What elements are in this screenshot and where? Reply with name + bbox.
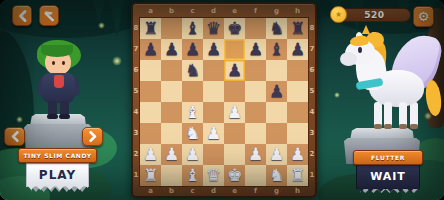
settings-button[interactable]: ⚙ (413, 6, 434, 27)
square-f2[interactable]: ♟ (245, 144, 266, 165)
square-a1[interactable]: ♜ (140, 165, 161, 186)
file-label: c (182, 186, 203, 196)
right-player-avatar (342, 28, 442, 134)
file-labels-bottom: abcdefgh (140, 186, 308, 196)
square-h1[interactable]: ♜ (287, 165, 308, 186)
piece-white-bishop: ♝ (182, 165, 203, 186)
square-d5[interactable] (203, 81, 224, 102)
square-f4[interactable] (245, 102, 266, 123)
piece-black-knight: ♞ (266, 18, 287, 39)
piece-white-pawn: ♟ (182, 144, 203, 165)
piece-black-rook: ♜ (140, 18, 161, 39)
piece-black-pawn: ♟ (161, 39, 182, 60)
piece-black-pawn: ♟ (203, 39, 224, 60)
rank-label: 1 (308, 165, 316, 186)
piece-black-pawn: ♟ (224, 60, 245, 81)
file-label: c (182, 6, 203, 17)
file-label: f (245, 6, 266, 17)
square-g7[interactable]: ♝ (266, 39, 287, 60)
rank-label: 6 (308, 60, 316, 81)
file-labels-top: abcdefgh (140, 6, 308, 17)
square-a2[interactable]: ♟ (140, 144, 161, 165)
chevron-left-icon (10, 131, 20, 142)
square-a3[interactable] (140, 123, 161, 144)
square-b2[interactable]: ♟ (161, 144, 182, 165)
file-label: e (224, 6, 245, 17)
square-d1[interactable]: ♛ (203, 165, 224, 186)
play-label: PLAY (39, 168, 76, 182)
piece-white-pawn: ♟ (266, 144, 287, 165)
square-f6[interactable] (245, 60, 266, 81)
square-h6[interactable] (287, 60, 308, 81)
right-player-name: Flutter (371, 154, 405, 161)
square-f1[interactable] (245, 165, 266, 186)
rank-labels-left: 87654321 (132, 18, 140, 186)
rank-label: 6 (132, 60, 140, 81)
square-h5[interactable] (287, 81, 308, 102)
gear-icon: ⚙ (418, 10, 430, 23)
file-label: g (266, 6, 287, 17)
left-player-avatar (29, 40, 87, 120)
piece-white-knight: ♞ (266, 165, 287, 186)
piece-black-king: ♚ (224, 18, 245, 39)
square-h7[interactable]: ♟ (287, 39, 308, 60)
rank-label: 1 (132, 165, 140, 186)
resign-flag-button[interactable] (39, 5, 59, 26)
square-a8[interactable]: ♜ (140, 18, 161, 39)
square-c5[interactable] (182, 81, 203, 102)
file-label: e (224, 186, 245, 196)
square-e7[interactable] (224, 39, 245, 60)
piece-black-pawn: ♟ (287, 39, 308, 60)
square-g2[interactable]: ♟ (266, 144, 287, 165)
square-c2[interactable]: ♟ (182, 144, 203, 165)
white-flag-icon (43, 10, 55, 22)
piece-white-pawn: ♟ (140, 144, 161, 165)
back-button[interactable] (12, 5, 32, 26)
rank-labels-right: 87654321 (308, 18, 316, 186)
rank-label: 7 (308, 39, 316, 60)
square-h2[interactable]: ♟ (287, 144, 308, 165)
square-d8[interactable]: ♛ (203, 18, 224, 39)
square-f7[interactable]: ♟ (245, 39, 266, 60)
piece-black-queen: ♛ (203, 18, 224, 39)
coin-counter: 520 (338, 8, 411, 22)
rank-label: 5 (132, 81, 140, 102)
square-a5[interactable] (140, 81, 161, 102)
square-g5[interactable]: ♟ (266, 81, 287, 102)
prev-character-button[interactable] (4, 127, 25, 146)
next-character-button[interactable] (82, 127, 103, 146)
chess-board: abcdefgh abcdefgh 87654321 87654321 ♜♝♛♚… (131, 2, 317, 198)
square-e3[interactable] (224, 123, 245, 144)
piece-white-pawn: ♟ (224, 102, 245, 123)
rank-label: 2 (132, 144, 140, 165)
square-g3[interactable] (266, 123, 287, 144)
square-g4[interactable] (266, 102, 287, 123)
piece-black-bishop: ♝ (182, 18, 203, 39)
rank-label: 3 (132, 123, 140, 144)
file-label: b (161, 186, 182, 196)
file-label: h (287, 6, 308, 17)
square-e8[interactable]: ♚ (224, 18, 245, 39)
square-b1[interactable] (161, 165, 182, 186)
square-c3[interactable]: ♞ (182, 123, 203, 144)
file-label: a (140, 6, 161, 17)
square-c1[interactable]: ♝ (182, 165, 203, 186)
piece-black-pawn: ♟ (266, 81, 287, 102)
square-d6[interactable] (203, 60, 224, 81)
rank-label: 4 (308, 102, 316, 123)
square-d4[interactable] (203, 102, 224, 123)
coin-count-value: 520 (364, 11, 384, 20)
piece-black-pawn: ♟ (182, 39, 203, 60)
right-player-name-banner: Flutter (353, 150, 423, 165)
piece-white-knight: ♞ (182, 123, 203, 144)
square-c7[interactable]: ♟ (182, 39, 203, 60)
square-b5[interactable] (161, 81, 182, 102)
file-label: d (203, 186, 224, 196)
square-b3[interactable] (161, 123, 182, 144)
piece-white-rook: ♜ (287, 165, 308, 186)
square-g8[interactable]: ♞ (266, 18, 287, 39)
chevron-left-icon (17, 10, 28, 22)
piece-black-bishop: ♝ (266, 39, 287, 60)
file-label: d (203, 6, 224, 17)
square-e4[interactable]: ♟ (224, 102, 245, 123)
rank-label: 3 (308, 123, 316, 144)
square-c8[interactable]: ♝ (182, 18, 203, 39)
rank-label: 8 (308, 18, 316, 39)
piece-white-rook: ♜ (140, 165, 161, 186)
square-h3[interactable] (287, 123, 308, 144)
square-d2[interactable] (203, 144, 224, 165)
square-b4[interactable] (161, 102, 182, 123)
square-c6[interactable]: ♞ (182, 60, 203, 81)
square-f8[interactable] (245, 18, 266, 39)
rank-label: 4 (132, 102, 140, 123)
piece-black-pawn: ♟ (245, 39, 266, 60)
piece-black-knight: ♞ (182, 60, 203, 81)
square-f5[interactable] (245, 81, 266, 102)
piece-white-king: ♚ (224, 165, 245, 186)
piece-white-pawn: ♟ (287, 144, 308, 165)
square-e1[interactable]: ♚ (224, 165, 245, 186)
piece-white-pawn: ♟ (203, 123, 224, 144)
square-f3[interactable] (245, 123, 266, 144)
square-a4[interactable] (140, 102, 161, 123)
square-e5[interactable] (224, 81, 245, 102)
chevron-right-icon (88, 131, 98, 142)
square-e6[interactable]: ♟ (224, 60, 245, 81)
file-label: h (287, 186, 308, 196)
square-g1[interactable]: ♞ (266, 165, 287, 186)
rank-label: 7 (132, 39, 140, 60)
file-label: b (161, 6, 182, 17)
file-label: f (245, 186, 266, 196)
coin-icon: ★ (330, 6, 347, 23)
play-button[interactable]: PLAY (26, 163, 89, 187)
square-a6[interactable] (140, 60, 161, 81)
file-label: a (140, 186, 161, 196)
left-player-name: Tiny Slim Candy (23, 152, 91, 159)
game-screen: 520 ★ ⚙ Tiny Slim Candy PLAY (0, 0, 444, 200)
wait-status-banner: WAIT (356, 164, 420, 189)
piece-black-pawn: ♟ (140, 39, 161, 60)
square-h8[interactable]: ♜ (287, 18, 308, 39)
piece-white-pawn: ♟ (245, 144, 266, 165)
piece-black-rook: ♜ (287, 18, 308, 39)
rank-label: 2 (308, 144, 316, 165)
square-c4[interactable]: ♝ (182, 102, 203, 123)
square-h4[interactable] (287, 102, 308, 123)
square-a7[interactable]: ♟ (140, 39, 161, 60)
piece-white-bishop: ♝ (182, 102, 203, 123)
piece-white-queen: ♛ (203, 165, 224, 186)
square-d3[interactable]: ♟ (203, 123, 224, 144)
board-grid: ♜♝♛♚♞♜♟♟♟♟♟♝♟♞♟♟♝♟♞♟♟♟♟♟♟♟♜♝♛♚♞♜ (140, 18, 308, 186)
piece-white-pawn: ♟ (161, 144, 182, 165)
square-g6[interactable] (266, 60, 287, 81)
square-b8[interactable] (161, 18, 182, 39)
square-e2[interactable] (224, 144, 245, 165)
square-b7[interactable]: ♟ (161, 39, 182, 60)
left-player-name-banner: Tiny Slim Candy (18, 148, 97, 163)
square-d7[interactable]: ♟ (203, 39, 224, 60)
square-b6[interactable] (161, 60, 182, 81)
wait-label: WAIT (370, 170, 406, 183)
rank-label: 8 (132, 18, 140, 39)
rank-label: 5 (308, 81, 316, 102)
file-label: g (266, 186, 287, 196)
